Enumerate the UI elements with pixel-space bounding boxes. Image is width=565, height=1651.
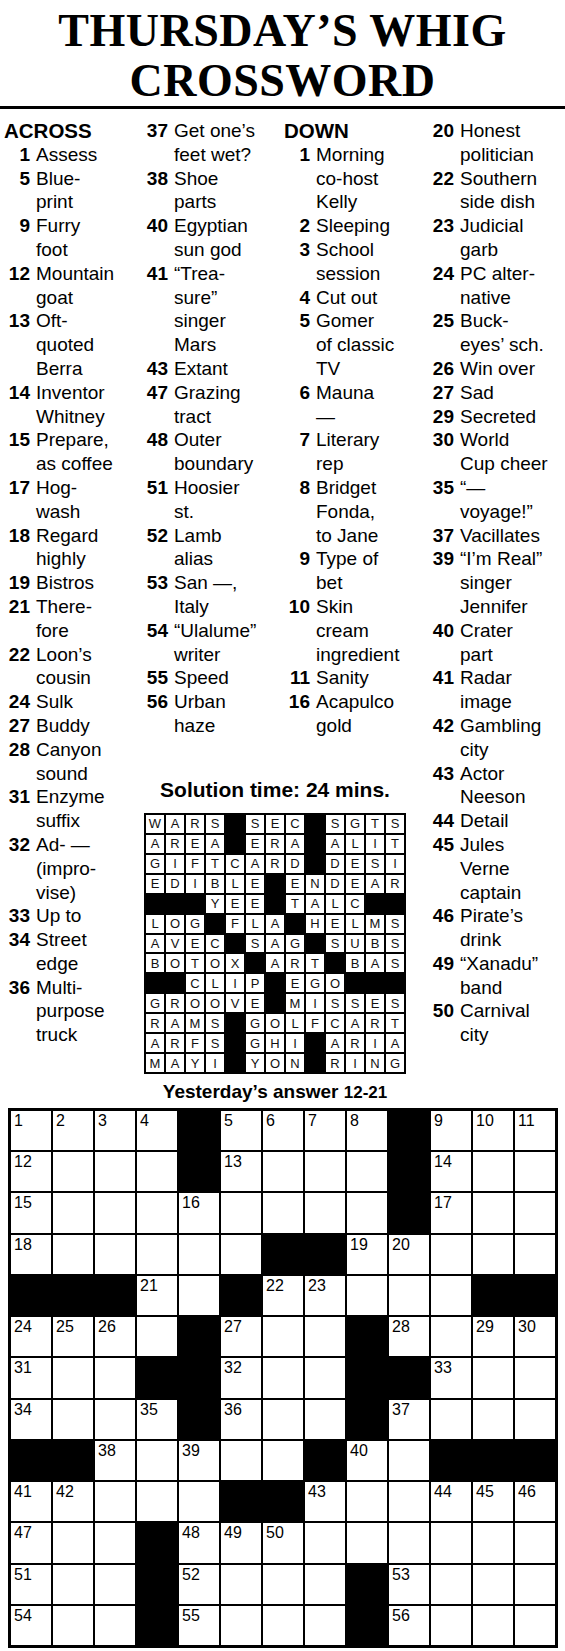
main-cell-r5c9[interactable] xyxy=(347,1276,387,1315)
main-cell-r5c1 xyxy=(11,1276,51,1315)
main-cell-r3c9[interactable] xyxy=(347,1193,387,1232)
main-cell-r11c2[interactable] xyxy=(53,1523,93,1562)
answer-cell: L xyxy=(146,915,164,933)
answer-cell: O xyxy=(206,954,224,972)
main-cell-r3c2[interactable] xyxy=(53,1193,93,1232)
main-cell-r4c12[interactable] xyxy=(473,1235,513,1274)
answer-cell: I xyxy=(286,1034,304,1052)
clue-text: Inventor Whitney xyxy=(36,381,136,429)
main-cell-r13c7[interactable] xyxy=(263,1606,303,1645)
clue-text: Actor Neeson xyxy=(460,762,564,810)
grid-number: 4 xyxy=(140,1112,149,1130)
main-cell-r8c12[interactable] xyxy=(473,1400,513,1439)
answer-cell: A xyxy=(266,954,284,972)
main-cell-r3c13[interactable] xyxy=(515,1193,555,1232)
answer-cell: D xyxy=(286,855,304,873)
main-cell-r8c11[interactable] xyxy=(431,1400,471,1439)
main-cell-r4c10[interactable]: 20 xyxy=(389,1235,429,1274)
main-cell-r7c7[interactable] xyxy=(263,1358,303,1397)
answer-cell: G xyxy=(246,1034,264,1052)
main-cell-r12c13[interactable] xyxy=(515,1565,555,1604)
main-cell-r6c10[interactable]: 28 xyxy=(389,1317,429,1356)
grid-number: 52 xyxy=(182,1566,200,1584)
main-cell-r9c11 xyxy=(431,1441,471,1480)
main-cell-r4c2[interactable] xyxy=(53,1235,93,1274)
clue-text: Furry foot xyxy=(36,214,136,262)
main-cell-r9c9[interactable]: 40 xyxy=(347,1441,387,1480)
clue-across-40: 40Egyptian sun god xyxy=(142,214,272,262)
main-cell-r6c11[interactable] xyxy=(431,1317,471,1356)
main-cell-r6c6[interactable]: 27 xyxy=(221,1317,261,1356)
clue-text: Southern side dish xyxy=(460,167,564,215)
answer-cell: R xyxy=(166,994,184,1012)
main-cell-r5c5[interactable] xyxy=(179,1276,219,1315)
answer-cell: A xyxy=(166,1054,184,1072)
main-cell-r13c10[interactable]: 56 xyxy=(389,1606,429,1645)
clue-across-22: 22Loon’s cousin xyxy=(4,643,136,691)
clue-text: Shoe parts xyxy=(174,167,272,215)
main-cell-r5c8[interactable]: 23 xyxy=(305,1276,345,1315)
main-cell-r3c3[interactable] xyxy=(95,1193,135,1232)
clue-text: Ad- — (impro- vise) xyxy=(36,833,136,904)
main-cell-r2c12[interactable] xyxy=(473,1152,513,1191)
answer-cell: S xyxy=(386,994,404,1012)
answer-cell: S xyxy=(386,815,404,833)
answer-cell: T xyxy=(386,835,404,853)
clue-number: 31 xyxy=(4,785,36,809)
answer-cell: G xyxy=(346,815,364,833)
clue-text: Speed xyxy=(174,666,272,690)
answer-black-cell xyxy=(226,935,244,953)
main-cell-r7c13[interactable] xyxy=(515,1358,555,1397)
answer-cell: A xyxy=(386,1034,404,1052)
clue-text: Mauna — xyxy=(316,381,408,429)
answer-cell: E xyxy=(266,815,284,833)
answer-cell: T xyxy=(206,855,224,873)
answer-cell: E xyxy=(246,875,264,893)
main-cell-r10c5[interactable] xyxy=(179,1482,219,1521)
title-divider-rule xyxy=(0,106,565,109)
main-cell-r11c12[interactable] xyxy=(473,1523,513,1562)
clue-down-10: 10Skin cream ingredient xyxy=(284,595,408,666)
clue-number: 1 xyxy=(4,143,36,167)
clue-across-33: 33Up to xyxy=(4,904,136,928)
grid-number: 9 xyxy=(434,1112,443,1130)
clue-number: 54 xyxy=(142,619,174,643)
across-header: ACROSS xyxy=(4,119,136,143)
main-cell-r1c2[interactable]: 2 xyxy=(53,1111,93,1150)
clue-number: 11 xyxy=(284,666,316,690)
answer-cell: H xyxy=(306,915,324,933)
grid-number: 13 xyxy=(224,1153,242,1171)
answer-cell: E xyxy=(366,994,384,1012)
clue-number: 52 xyxy=(142,524,174,548)
answer-cell: C xyxy=(206,935,224,953)
main-cell-r8c2[interactable] xyxy=(53,1400,93,1439)
answer-cell: Y xyxy=(206,895,224,913)
clue-across-18: 18Regard highly xyxy=(4,524,136,572)
clue-number: 55 xyxy=(142,666,174,690)
grid-number: 29 xyxy=(476,1318,494,1336)
main-cell-r8c6[interactable]: 36 xyxy=(221,1400,261,1439)
clue-number: 23 xyxy=(428,214,460,238)
answer-cell: S xyxy=(246,815,264,833)
answer-cell: A xyxy=(266,915,284,933)
clue-number: 43 xyxy=(428,762,460,786)
main-cell-r7c3[interactable] xyxy=(95,1358,135,1397)
main-cell-r6c12[interactable]: 29 xyxy=(473,1317,513,1356)
main-cell-r11c3[interactable] xyxy=(95,1523,135,1562)
main-cell-r8c13[interactable] xyxy=(515,1400,555,1439)
clue-across-1: 1Assess xyxy=(4,143,136,167)
main-cell-r11c8[interactable] xyxy=(305,1523,345,1562)
main-cell-r4c5[interactable] xyxy=(179,1235,219,1274)
answer-cell: R xyxy=(386,875,404,893)
main-cell-r1c4[interactable]: 4 xyxy=(137,1111,177,1150)
main-cell-r13c6[interactable] xyxy=(221,1606,261,1645)
main-cell-r12c2[interactable] xyxy=(53,1565,93,1604)
main-cell-r1c5 xyxy=(179,1111,219,1150)
main-cell-r3c11[interactable]: 17 xyxy=(431,1193,471,1232)
clue-number: 43 xyxy=(142,357,174,381)
main-cell-r4c13[interactable] xyxy=(515,1235,555,1274)
clue-number: 36 xyxy=(4,976,36,1000)
grid-number: 23 xyxy=(308,1277,326,1295)
clue-number: 30 xyxy=(428,428,460,452)
answer-cell: A xyxy=(146,1034,164,1052)
main-cell-r9c10[interactable] xyxy=(389,1441,429,1480)
main-cell-r10c10[interactable] xyxy=(389,1482,429,1521)
main-cell-r13c4 xyxy=(137,1606,177,1645)
main-cell-r13c11[interactable] xyxy=(431,1606,471,1645)
clue-text: Hog- wash xyxy=(36,476,136,524)
clue-text: Street edge xyxy=(36,928,136,976)
main-cell-r3c8[interactable] xyxy=(305,1193,345,1232)
main-cell-r8c10[interactable]: 37 xyxy=(389,1400,429,1439)
clue-down-20: 20Honest politician xyxy=(428,119,564,167)
answer-cell: A xyxy=(166,1014,184,1032)
main-cell-r5c10[interactable] xyxy=(389,1276,429,1315)
main-cell-r3c7[interactable] xyxy=(263,1193,303,1232)
main-cell-r7c8[interactable] xyxy=(305,1358,345,1397)
clue-text: Pirate’s drink xyxy=(460,904,564,952)
clue-number: 13 xyxy=(4,309,36,333)
clue-number: 9 xyxy=(284,547,316,571)
clue-down-27: 27Sad xyxy=(428,381,564,405)
answer-cell: T xyxy=(386,1014,404,1032)
main-cell-r13c5[interactable]: 55 xyxy=(179,1606,219,1645)
main-cell-r7c1[interactable]: 31 xyxy=(11,1358,51,1397)
main-cell-r7c2[interactable] xyxy=(53,1358,93,1397)
clue-down-43: 43Actor Neeson xyxy=(428,762,564,810)
clue-number: 8 xyxy=(284,476,316,500)
main-cell-r8c5 xyxy=(179,1400,219,1439)
clue-down-4: 4Cut out xyxy=(284,286,408,310)
answer-cell: L xyxy=(226,875,244,893)
main-cell-r10c1[interactable]: 41 xyxy=(11,1482,51,1521)
main-cell-r6c13[interactable]: 30 xyxy=(515,1317,555,1356)
main-cell-r8c1[interactable]: 34 xyxy=(11,1400,51,1439)
main-cell-r2c13[interactable] xyxy=(515,1152,555,1191)
main-cell-r6c4[interactable] xyxy=(137,1317,177,1356)
clue-text: There- fore xyxy=(36,595,136,643)
main-cell-r1c13[interactable]: 11 xyxy=(515,1111,555,1150)
title-line-2: CROSSWORD xyxy=(0,56,565,106)
clue-across-34: 34Street edge xyxy=(4,928,136,976)
clue-text: Gambling city xyxy=(460,714,564,762)
answer-black-cell xyxy=(306,1054,324,1072)
answer-cell: L xyxy=(346,915,364,933)
clue-number: 5 xyxy=(4,167,36,191)
main-cell-r10c4[interactable] xyxy=(137,1482,177,1521)
main-cell-r11c6[interactable]: 49 xyxy=(221,1523,261,1562)
clue-number: 9 xyxy=(4,214,36,238)
answer-cell: I xyxy=(306,994,324,1012)
clue-number: 49 xyxy=(428,952,460,976)
main-cell-r7c11[interactable]: 33 xyxy=(431,1358,471,1397)
grid-number: 51 xyxy=(14,1566,32,1584)
main-cell-r8c8[interactable] xyxy=(305,1400,345,1439)
main-cell-r5c2 xyxy=(53,1276,93,1315)
clue-text: Grazing tract xyxy=(174,381,272,429)
main-cell-r11c5[interactable]: 48 xyxy=(179,1523,219,1562)
main-cell-r13c3[interactable] xyxy=(95,1606,135,1645)
main-cell-r7c12[interactable] xyxy=(473,1358,513,1397)
answer-cell: I xyxy=(366,1034,384,1052)
main-cell-r12c12[interactable] xyxy=(473,1565,513,1604)
clue-across-43: 43Extant xyxy=(142,357,272,381)
answer-black-cell xyxy=(286,915,304,933)
clue-across-17: 17Hog- wash xyxy=(4,476,136,524)
answer-black-cell xyxy=(306,815,324,833)
clue-down-30: 30World Cup cheer xyxy=(428,428,564,476)
answer-cell: C xyxy=(346,895,364,913)
answer-black-cell xyxy=(306,935,324,953)
answer-cell: R xyxy=(266,835,284,853)
grid-number: 36 xyxy=(224,1401,242,1419)
main-cell-r6c8[interactable] xyxy=(305,1317,345,1356)
grid-number: 40 xyxy=(350,1442,368,1460)
main-cell-r11c9[interactable] xyxy=(347,1523,387,1562)
main-cell-r2c3[interactable] xyxy=(95,1152,135,1191)
main-cell-r9c5[interactable]: 39 xyxy=(179,1441,219,1480)
main-cell-r7c6[interactable]: 32 xyxy=(221,1358,261,1397)
main-cell-r6c1[interactable]: 24 xyxy=(11,1317,51,1356)
main-cell-r6c7[interactable] xyxy=(263,1317,303,1356)
grid-number: 20 xyxy=(392,1236,410,1254)
main-cell-r10c12[interactable]: 45 xyxy=(473,1482,513,1521)
main-cell-r2c6[interactable]: 13 xyxy=(221,1152,261,1191)
answer-cell: P xyxy=(246,974,264,992)
clue-across-14: 14Inventor Whitney xyxy=(4,381,136,429)
clue-number: 40 xyxy=(142,214,174,238)
answer-cell: H xyxy=(266,1034,284,1052)
main-cell-r8c7[interactable] xyxy=(263,1400,303,1439)
clue-across-5: 5Blue- print xyxy=(4,167,136,215)
main-cell-r13c1[interactable]: 54 xyxy=(11,1606,51,1645)
main-cell-r5c13 xyxy=(515,1276,555,1315)
main-cell-r10c8[interactable]: 43 xyxy=(305,1482,345,1521)
clue-down-1: 1Morning co-host Kelly xyxy=(284,143,408,214)
main-cell-r13c8[interactable] xyxy=(305,1606,345,1645)
clue-across-55: 55Speed xyxy=(142,666,272,690)
clue-text: Egyptian sun god xyxy=(174,214,272,262)
main-cell-r12c5[interactable]: 52 xyxy=(179,1565,219,1604)
main-cell-r1c9[interactable]: 8 xyxy=(347,1111,387,1150)
clue-text: Sad xyxy=(460,381,564,405)
main-cell-r13c2[interactable] xyxy=(53,1606,93,1645)
clue-across-15: 15Prepare, as coffee xyxy=(4,428,136,476)
clue-number: 4 xyxy=(284,286,316,310)
clue-text: Carnival city xyxy=(460,999,564,1047)
main-cell-r4c4[interactable] xyxy=(137,1235,177,1274)
main-cell-r10c11[interactable]: 44 xyxy=(431,1482,471,1521)
main-cell-r3c4[interactable] xyxy=(137,1193,177,1232)
main-cell-r6c2[interactable]: 25 xyxy=(53,1317,93,1356)
main-cell-r4c6[interactable] xyxy=(221,1235,261,1274)
answer-black-cell xyxy=(386,895,404,913)
main-cell-r13c13[interactable] xyxy=(515,1606,555,1645)
main-cell-r3c5[interactable]: 16 xyxy=(179,1193,219,1232)
clue-across-51: 51Hoosier st. xyxy=(142,476,272,524)
main-cell-r2c9[interactable] xyxy=(347,1152,387,1191)
main-cell-r10c13[interactable]: 46 xyxy=(515,1482,555,1521)
answer-black-cell xyxy=(226,835,244,853)
yesterdays-answer-grid: WARSSECSGTSAREAERAALITGIFTCARDDESIEDIBLE… xyxy=(144,813,406,1074)
grid-number: 26 xyxy=(98,1318,116,1336)
clue-down-8: 8Bridget Fonda, to Jane xyxy=(284,476,408,547)
clue-number: 15 xyxy=(4,428,36,452)
answer-cell: G xyxy=(186,915,204,933)
main-cell-r3c12[interactable] xyxy=(473,1193,513,1232)
across-clues-column-1: ACROSS 1Assess5Blue- print9Furry foot12M… xyxy=(4,119,136,1047)
clue-text: Prepare, as coffee xyxy=(36,428,136,476)
clue-number: 25 xyxy=(428,309,460,333)
grid-number: 35 xyxy=(140,1401,158,1419)
clue-text: Multi- purpose truck xyxy=(36,976,136,1047)
answer-cell: S xyxy=(206,1014,224,1032)
main-cell-r5c7[interactable]: 22 xyxy=(263,1276,303,1315)
clue-down-25: 25Buck- eyes’ sch. xyxy=(428,309,564,357)
clue-down-16: 16Acapulco gold xyxy=(284,690,408,738)
clue-text: Mountain goat xyxy=(36,262,136,310)
clue-across-31: 31Enzyme suffix xyxy=(4,785,136,833)
main-cell-r1c7[interactable]: 6 xyxy=(263,1111,303,1150)
answer-cell: G xyxy=(386,1054,404,1072)
main-cell-r9c6[interactable] xyxy=(221,1441,261,1480)
main-cell-r1c6[interactable]: 5 xyxy=(221,1111,261,1150)
solution-time-headline: Solution time: 24 mins. xyxy=(141,778,409,802)
main-cell-r11c1[interactable]: 47 xyxy=(11,1523,51,1562)
answer-cell: L xyxy=(206,974,224,992)
main-cell-r12c8[interactable] xyxy=(305,1565,345,1604)
main-cell-r9c3[interactable]: 38 xyxy=(95,1441,135,1480)
main-cell-r10c9[interactable] xyxy=(347,1482,387,1521)
clue-across-13: 13Oft- quoted Berra xyxy=(4,309,136,380)
main-cell-r2c2[interactable] xyxy=(53,1152,93,1191)
clue-across-32: 32Ad- — (impro- vise) xyxy=(4,833,136,904)
main-cell-r4c1[interactable]: 18 xyxy=(11,1235,51,1274)
answer-cell: S xyxy=(326,994,344,1012)
answer-cell: O xyxy=(186,994,204,1012)
answer-cell: E xyxy=(186,835,204,853)
main-cell-r8c3[interactable] xyxy=(95,1400,135,1439)
answer-cell: A xyxy=(166,815,184,833)
main-cell-r9c7[interactable] xyxy=(263,1441,303,1480)
main-cell-r1c1[interactable]: 1 xyxy=(11,1111,51,1150)
main-cell-r11c7[interactable]: 50 xyxy=(263,1523,303,1562)
down-clues-column-1: DOWN 1Morning co-host Kelly2Sleeping3Sch… xyxy=(284,119,408,738)
main-cell-r1c12[interactable]: 10 xyxy=(473,1111,513,1150)
grid-number: 3 xyxy=(98,1112,107,1130)
main-cell-r12c11[interactable] xyxy=(431,1565,471,1604)
main-cell-r5c11[interactable] xyxy=(431,1276,471,1315)
main-cell-r12c10[interactable]: 53 xyxy=(389,1565,429,1604)
main-cell-r4c3[interactable] xyxy=(95,1235,135,1274)
main-cell-r2c1[interactable]: 12 xyxy=(11,1152,51,1191)
main-cell-r10c2[interactable]: 42 xyxy=(53,1482,93,1521)
answer-cell: O xyxy=(266,1054,284,1072)
main-cell-r12c7[interactable] xyxy=(263,1565,303,1604)
main-cell-r9c4[interactable] xyxy=(137,1441,177,1480)
main-cell-r5c4[interactable]: 21 xyxy=(137,1276,177,1315)
answer-black-cell xyxy=(226,815,244,833)
main-cell-r12c6[interactable] xyxy=(221,1565,261,1604)
answer-black-cell xyxy=(266,875,284,893)
answer-cell: C xyxy=(326,1014,344,1032)
main-cell-r3c6[interactable] xyxy=(221,1193,261,1232)
answer-cell: C xyxy=(186,974,204,992)
grid-number: 53 xyxy=(392,1566,410,1584)
clue-across-53: 53San —, Italy xyxy=(142,571,272,619)
main-cell-r11c11[interactable] xyxy=(431,1523,471,1562)
grid-number: 12 xyxy=(14,1153,32,1171)
answer-black-cell xyxy=(266,994,284,1012)
main-cell-r11c10[interactable] xyxy=(389,1523,429,1562)
main-cell-r6c3[interactable]: 26 xyxy=(95,1317,135,1356)
clue-text: PC alter- native xyxy=(460,262,564,310)
main-cell-r13c12[interactable] xyxy=(473,1606,513,1645)
main-cell-r3c10 xyxy=(389,1193,429,1232)
main-cell-r11c13[interactable] xyxy=(515,1523,555,1562)
main-cell-r2c11[interactable]: 14 xyxy=(431,1152,471,1191)
grid-number: 28 xyxy=(392,1318,410,1336)
answer-black-cell xyxy=(366,974,384,992)
grid-number: 21 xyxy=(140,1277,158,1295)
main-cell-r12c1[interactable]: 51 xyxy=(11,1565,51,1604)
main-cell-r2c4[interactable] xyxy=(137,1152,177,1191)
main-cell-r2c8[interactable] xyxy=(305,1152,345,1191)
clue-number: 29 xyxy=(428,405,460,429)
main-cell-r1c11[interactable]: 9 xyxy=(431,1111,471,1150)
main-cell-r4c11[interactable] xyxy=(431,1235,471,1274)
main-cell-r1c8[interactable]: 7 xyxy=(305,1111,345,1150)
clue-down-23: 23Judicial garb xyxy=(428,214,564,262)
answer-cell: M xyxy=(366,915,384,933)
main-cell-r8c4[interactable]: 35 xyxy=(137,1400,177,1439)
main-cell-r10c3[interactable] xyxy=(95,1482,135,1521)
main-cell-r12c3[interactable] xyxy=(95,1565,135,1604)
answer-cell: E xyxy=(246,895,264,913)
main-cell-r1c3[interactable]: 3 xyxy=(95,1111,135,1150)
clue-down-5: 5Gomer of classic TV xyxy=(284,309,408,380)
clue-text: Lamb alias xyxy=(174,524,272,572)
main-cell-r4c9[interactable]: 19 xyxy=(347,1235,387,1274)
main-cell-r2c7[interactable] xyxy=(263,1152,303,1191)
main-cell-r3c1[interactable]: 15 xyxy=(11,1193,51,1232)
answer-cell: T xyxy=(186,954,204,972)
clue-across-19: 19Bistros xyxy=(4,571,136,595)
